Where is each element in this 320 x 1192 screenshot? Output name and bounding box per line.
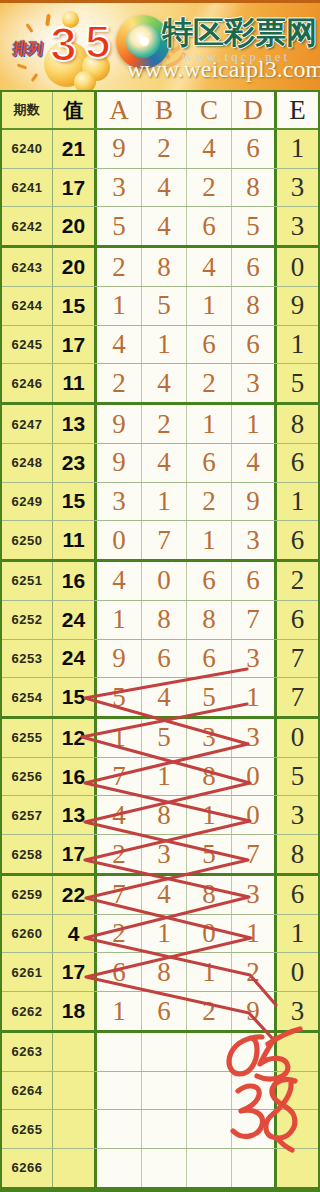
sum-cell: 16	[53, 758, 97, 796]
table-row: 62561671805	[2, 758, 318, 797]
digit-cell-A: 9	[97, 130, 142, 168]
sum-cell: 17	[53, 326, 97, 364]
digit-cell-C: 4	[187, 130, 232, 168]
digit-cell-E: 0	[277, 953, 318, 991]
digit-cell-A: 1	[97, 992, 142, 1030]
digit-cell-C: 6	[187, 207, 232, 245]
digit-cell-C: 2	[187, 364, 232, 402]
digit-cell-B: 4	[142, 444, 187, 482]
digit-cell-E: 7	[277, 640, 318, 678]
period-cell: 6259	[2, 876, 53, 914]
digit-cell-B: 1	[142, 483, 187, 521]
sum-cell: 15	[53, 483, 97, 521]
digit-cell-B	[142, 1033, 187, 1071]
digit-cell-D: 8	[232, 287, 277, 325]
period-cell: 6265	[2, 1110, 53, 1148]
digit-cell-E: 3	[277, 992, 318, 1030]
period-cell: 6261	[2, 953, 53, 991]
digit-cell-A: 2	[97, 248, 142, 286]
digit-cell-B	[142, 1072, 187, 1110]
period-cell: 6253	[2, 640, 53, 678]
digit-cell-D	[232, 1072, 277, 1110]
digit-cell-E: 6	[277, 601, 318, 639]
digit-cell-D: 2	[232, 953, 277, 991]
table-row: 62621816293	[2, 992, 318, 1033]
period-cell: 6254	[2, 678, 53, 716]
period-cell: 6258	[2, 835, 53, 873]
digit-cell-E: 9	[277, 287, 318, 325]
digit-cell-A: 6	[97, 953, 142, 991]
digit-cell-D	[232, 1110, 277, 1148]
digit-cell-C	[187, 1072, 232, 1110]
period-cell: 6241	[2, 169, 53, 207]
digit-cell-B: 5	[142, 287, 187, 325]
digit-cell-B: 8	[142, 601, 187, 639]
site-url[interactable]: www.weicaipl3.com	[127, 56, 320, 83]
sum-cell: 21	[53, 130, 97, 168]
digit-cell-E: 1	[277, 915, 318, 953]
digit-cell-D: 7	[232, 601, 277, 639]
digit-cell-B: 1	[142, 326, 187, 364]
digit-cell-C: 1	[187, 405, 232, 443]
period-cell: 6262	[2, 992, 53, 1030]
digit-cell-B: 3	[142, 835, 187, 873]
digit-cell-D: 3	[232, 364, 277, 402]
series-number-5: 5	[85, 15, 111, 69]
sum-cell: 18	[53, 992, 97, 1030]
digit-cell-E: 0	[277, 719, 318, 757]
digit-cell-D: 6	[232, 248, 277, 286]
digit-cell-D: 1	[232, 405, 277, 443]
period-cell: 6245	[2, 326, 53, 364]
digit-cell-C: 5	[187, 835, 232, 873]
digit-cell-B: 4	[142, 169, 187, 207]
digit-cell-D: 3	[232, 640, 277, 678]
digit-cell-A: 9	[97, 444, 142, 482]
column-header-C: C	[187, 92, 232, 128]
digit-cell-B: 7	[142, 521, 187, 559]
sum-cell: 17	[53, 169, 97, 207]
table-row: 62482394646	[2, 444, 318, 483]
period-cell: 6250	[2, 521, 53, 559]
digit-cell-E: 6	[277, 521, 318, 559]
sum-cell: 11	[53, 521, 97, 559]
digit-cell-C	[187, 1149, 232, 1187]
period-cell: 6264	[2, 1072, 53, 1110]
lottery-trend-chart-page: 排列 3 5 彩 特区彩票网 www.tqcp.net www.weicaipl…	[0, 0, 320, 1192]
table-row: 62571348103	[2, 796, 318, 835]
digit-cell-C	[187, 1110, 232, 1148]
digit-cell-E: 7	[277, 678, 318, 716]
table-row: 62461124235	[2, 364, 318, 405]
digit-cell-D: 0	[232, 758, 277, 796]
digit-cell-A: 4	[97, 796, 142, 834]
sum-cell	[53, 1149, 97, 1187]
sum-cell: 11	[53, 364, 97, 402]
digit-cell-B: 4	[142, 207, 187, 245]
digit-cell-A: 2	[97, 915, 142, 953]
table-row: 62441515189	[2, 287, 318, 326]
digit-cell-B	[142, 1110, 187, 1148]
digit-cell-E	[277, 1033, 318, 1071]
digit-cell-E: 0	[277, 248, 318, 286]
period-cell: 6246	[2, 364, 53, 402]
period-cell: 6256	[2, 758, 53, 796]
digit-cell-E: 1	[277, 130, 318, 168]
column-header-值: 值	[53, 92, 97, 128]
digit-cell-C: 8	[187, 876, 232, 914]
sum-cell: 20	[53, 248, 97, 286]
digit-cell-A: 7	[97, 758, 142, 796]
digit-cell-D: 3	[232, 876, 277, 914]
digit-cell-C: 8	[187, 758, 232, 796]
digit-cell-A	[97, 1072, 142, 1110]
digit-cell-B: 2	[142, 130, 187, 168]
period-cell: 6263	[2, 1033, 53, 1071]
digit-cell-C: 0	[187, 915, 232, 953]
digit-cell-B: 6	[142, 640, 187, 678]
digit-cell-E: 6	[277, 876, 318, 914]
period-cell: 6243	[2, 248, 53, 286]
table-row: 62411734283	[2, 169, 318, 208]
digit-cell-E: 5	[277, 758, 318, 796]
digit-cell-A: 4	[97, 562, 142, 600]
digit-cell-E	[277, 1110, 318, 1148]
digit-cell-C: 2	[187, 483, 232, 521]
sum-cell	[53, 1072, 97, 1110]
column-header-期数: 期数	[2, 92, 53, 128]
table-row: 62451741661	[2, 326, 318, 365]
sum-cell: 24	[53, 601, 97, 639]
sum-cell: 24	[53, 640, 97, 678]
sunburst-ray-icon	[31, 73, 39, 82]
trend-table: 期数值ABCDE62402192461624117342836242205465…	[0, 90, 320, 1192]
sunburst-ray-icon	[17, 63, 27, 69]
sum-cell: 17	[53, 953, 97, 991]
digit-cell-E: 1	[277, 483, 318, 521]
digit-cell-A: 4	[97, 326, 142, 364]
digit-cell-A: 9	[97, 405, 142, 443]
period-cell: 6255	[2, 719, 53, 757]
digit-cell-D: 6	[232, 562, 277, 600]
digit-cell-B: 2	[142, 405, 187, 443]
sum-cell: 12	[53, 719, 97, 757]
column-header-B: B	[142, 92, 187, 128]
digit-cell-B: 4	[142, 678, 187, 716]
digit-cell-A: 0	[97, 521, 142, 559]
column-header-A: A	[97, 92, 142, 128]
period-cell: 6257	[2, 796, 53, 834]
sunburst-ray-icon	[25, 23, 33, 33]
digit-cell-E: 8	[277, 835, 318, 873]
digit-cell-C: 1	[187, 796, 232, 834]
digit-cell-A	[97, 1033, 142, 1071]
digit-cell-B: 0	[142, 562, 187, 600]
period-cell: 6260	[2, 915, 53, 953]
gold-ball-icon	[74, 71, 96, 90]
digit-cell-A: 1	[97, 719, 142, 757]
site-name: 特区彩票网	[162, 12, 317, 54]
period-cell: 6240	[2, 130, 53, 168]
table-row: 6266	[2, 1149, 318, 1190]
digit-cell-E: 3	[277, 796, 318, 834]
table-row: 6260421011	[2, 915, 318, 954]
digit-cell-B: 8	[142, 953, 187, 991]
digit-cell-E: 3	[277, 169, 318, 207]
table-row: 62611768120	[2, 953, 318, 992]
sum-cell: 16	[53, 562, 97, 600]
digit-cell-D: 0	[232, 796, 277, 834]
digit-cell-C: 6	[187, 640, 232, 678]
digit-cell-C: 1	[187, 287, 232, 325]
digit-cell-D: 3	[232, 521, 277, 559]
table-row: 62592274836	[2, 876, 318, 915]
table-row: 62532496637	[2, 640, 318, 679]
sum-cell: 15	[53, 287, 97, 325]
digit-cell-A	[97, 1110, 142, 1148]
period-cell: 6248	[2, 444, 53, 482]
digit-cell-A: 1	[97, 287, 142, 325]
digit-cell-E: 8	[277, 405, 318, 443]
column-header-E: E	[277, 92, 318, 128]
series-number-3: 3	[50, 17, 77, 72]
digit-cell-C: 3	[187, 719, 232, 757]
digit-cell-D: 1	[232, 678, 277, 716]
table-row: 62581723578	[2, 835, 318, 876]
table-row: 62402192461	[2, 130, 318, 169]
digit-cell-D: 4	[232, 444, 277, 482]
digit-cell-E: 6	[277, 444, 318, 482]
digit-cell-C: 1	[187, 953, 232, 991]
digit-cell-B	[142, 1149, 187, 1187]
digit-cell-B: 8	[142, 796, 187, 834]
digit-cell-D: 9	[232, 483, 277, 521]
digit-cell-C: 2	[187, 992, 232, 1030]
period-cell: 6252	[2, 601, 53, 639]
sum-cell: 23	[53, 444, 97, 482]
digit-cell-E	[277, 1072, 318, 1110]
digit-cell-B: 5	[142, 719, 187, 757]
sum-cell: 13	[53, 405, 97, 443]
digit-cell-C: 4	[187, 248, 232, 286]
sum-cell: 20	[53, 207, 97, 245]
period-cell: 6266	[2, 1149, 53, 1187]
digit-cell-A: 2	[97, 835, 142, 873]
digit-cell-C: 6	[187, 326, 232, 364]
sum-cell	[53, 1033, 97, 1071]
series-name-label: 排列	[12, 40, 44, 59]
digit-cell-D: 6	[232, 130, 277, 168]
digit-cell-D: 1	[232, 915, 277, 953]
digit-cell-A: 3	[97, 483, 142, 521]
digit-cell-A: 7	[97, 876, 142, 914]
column-header-D: D	[232, 92, 277, 128]
period-cell: 6244	[2, 287, 53, 325]
digit-cell-A: 9	[97, 640, 142, 678]
digit-cell-C: 6	[187, 562, 232, 600]
digit-cell-C: 2	[187, 169, 232, 207]
digit-cell-B: 6	[142, 992, 187, 1030]
digit-cell-D	[232, 1033, 277, 1071]
digit-cell-D: 9	[232, 992, 277, 1030]
sum-cell	[53, 1110, 97, 1148]
digit-cell-E: 3	[277, 207, 318, 245]
table-row: 62511640662	[2, 562, 318, 601]
sum-cell: 15	[53, 678, 97, 716]
sum-cell: 13	[53, 796, 97, 834]
digit-cell-D: 6	[232, 326, 277, 364]
site-banner: 排列 3 5 彩 特区彩票网 www.tqcp.net www.weicaipl…	[0, 0, 320, 90]
digit-cell-B: 1	[142, 758, 187, 796]
digit-cell-B: 8	[142, 248, 187, 286]
digit-cell-B: 1	[142, 915, 187, 953]
sum-cell: 17	[53, 835, 97, 873]
digit-cell-D: 8	[232, 169, 277, 207]
sum-cell: 22	[53, 876, 97, 914]
digit-cell-E: 5	[277, 364, 318, 402]
digit-cell-C: 5	[187, 678, 232, 716]
digit-cell-A: 5	[97, 207, 142, 245]
digit-cell-D	[232, 1149, 277, 1187]
table-row: 6264	[2, 1072, 318, 1111]
table-row: 62522418876	[2, 601, 318, 640]
table-row: 62541554517	[2, 678, 318, 719]
period-cell: 6247	[2, 405, 53, 443]
digit-cell-D: 3	[232, 719, 277, 757]
header-row: 期数值ABCDE	[2, 92, 318, 130]
period-cell: 6249	[2, 483, 53, 521]
table-row: 62551215330	[2, 719, 318, 758]
period-cell: 6242	[2, 207, 53, 245]
table-row: 62432028460	[2, 248, 318, 287]
digit-cell-A: 5	[97, 678, 142, 716]
digit-cell-E: 1	[277, 326, 318, 364]
table-row: 6263	[2, 1033, 318, 1072]
digit-cell-A: 3	[97, 169, 142, 207]
table-row: 62471392118	[2, 405, 318, 444]
table-row: 62422054653	[2, 207, 318, 248]
digit-cell-D: 5	[232, 207, 277, 245]
digit-cell-A: 2	[97, 364, 142, 402]
digit-cell-A	[97, 1149, 142, 1187]
table-row: 6265	[2, 1110, 318, 1149]
digit-cell-C: 8	[187, 601, 232, 639]
period-cell: 6251	[2, 562, 53, 600]
table-row: 62491531291	[2, 483, 318, 522]
digit-cell-D: 7	[232, 835, 277, 873]
sum-cell: 4	[53, 915, 97, 953]
table-row: 62501107136	[2, 521, 318, 562]
digit-cell-B: 4	[142, 364, 187, 402]
digit-cell-A: 1	[97, 601, 142, 639]
digit-cell-C: 1	[187, 521, 232, 559]
digit-cell-C	[187, 1033, 232, 1071]
digit-cell-B: 4	[142, 876, 187, 914]
digit-cell-C: 6	[187, 444, 232, 482]
digit-cell-E: 2	[277, 562, 318, 600]
swirl-dot-icon	[140, 37, 149, 46]
digit-cell-E	[277, 1149, 318, 1187]
